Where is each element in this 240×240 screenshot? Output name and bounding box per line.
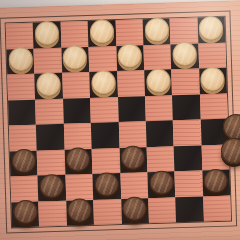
- square-b2: [34, 47, 62, 73]
- square-f8: [148, 197, 176, 223]
- piece-dark[interactable]: [68, 198, 93, 223]
- square-c6[interactable]: [64, 148, 92, 174]
- captured-piece-dark[interactable]: [221, 138, 240, 164]
- square-g2[interactable]: [171, 43, 199, 69]
- piece-dark[interactable]: [39, 174, 64, 199]
- square-d5[interactable]: [91, 122, 119, 148]
- square-c8[interactable]: [66, 199, 94, 225]
- square-g6[interactable]: [174, 145, 202, 171]
- piece-dark[interactable]: [122, 197, 147, 222]
- checkers-board: [0, 0, 240, 240]
- board-grid: [5, 16, 233, 229]
- square-c5: [64, 123, 92, 149]
- square-b7[interactable]: [38, 175, 66, 201]
- piece-dark[interactable]: [121, 146, 146, 171]
- square-d3[interactable]: [89, 71, 117, 97]
- piece-light[interactable]: [8, 47, 33, 72]
- piece-dark[interactable]: [11, 149, 36, 174]
- square-a3: [7, 74, 35, 100]
- square-b3[interactable]: [35, 73, 63, 99]
- square-e2[interactable]: [116, 45, 144, 71]
- square-e1: [115, 19, 143, 45]
- square-g7: [175, 170, 203, 196]
- square-g3: [172, 68, 200, 94]
- square-f6: [147, 146, 175, 172]
- piece-dark[interactable]: [94, 172, 119, 197]
- square-a2[interactable]: [6, 48, 34, 74]
- square-a1: [6, 23, 34, 49]
- square-h3[interactable]: [199, 68, 227, 94]
- piece-light[interactable]: [35, 21, 60, 46]
- piece-dark[interactable]: [149, 170, 174, 195]
- square-f5[interactable]: [146, 120, 174, 146]
- square-e8[interactable]: [121, 198, 149, 224]
- square-a8[interactable]: [11, 201, 39, 227]
- square-b1[interactable]: [33, 22, 61, 48]
- square-f3[interactable]: [144, 69, 172, 95]
- square-c7: [65, 174, 93, 200]
- table-surface: [0, 0, 240, 240]
- square-e7: [120, 172, 148, 198]
- piece-light[interactable]: [199, 16, 224, 41]
- piece-light[interactable]: [146, 68, 171, 93]
- square-b8: [39, 200, 67, 226]
- square-d2: [89, 46, 117, 72]
- square-g1: [170, 18, 198, 44]
- square-d4: [90, 97, 118, 123]
- square-a6[interactable]: [10, 150, 38, 176]
- square-f2: [143, 44, 171, 70]
- piece-light[interactable]: [63, 45, 88, 70]
- piece-light[interactable]: [118, 44, 143, 69]
- square-h1[interactable]: [197, 17, 225, 43]
- square-f7[interactable]: [147, 171, 175, 197]
- square-f4: [145, 95, 173, 121]
- square-g5: [173, 119, 201, 145]
- piece-light[interactable]: [89, 19, 114, 44]
- square-a4[interactable]: [8, 99, 36, 125]
- captured-pieces-tray: [220, 110, 240, 180]
- square-e6[interactable]: [119, 147, 147, 173]
- square-c3: [62, 72, 90, 98]
- square-e4[interactable]: [118, 96, 146, 122]
- square-c4[interactable]: [63, 97, 91, 123]
- piece-light[interactable]: [172, 42, 197, 67]
- square-h8: [203, 195, 231, 221]
- square-d7[interactable]: [93, 173, 121, 199]
- square-g4[interactable]: [172, 94, 200, 120]
- captured-piece-dark[interactable]: [223, 114, 240, 140]
- piece-light[interactable]: [144, 17, 169, 42]
- square-b6: [37, 149, 65, 175]
- square-g8[interactable]: [176, 196, 204, 222]
- square-f1[interactable]: [143, 18, 171, 44]
- square-a7: [10, 176, 38, 202]
- square-c2[interactable]: [61, 46, 89, 72]
- square-h2: [198, 42, 226, 68]
- square-c1: [60, 21, 88, 47]
- piece-light[interactable]: [201, 67, 226, 92]
- square-d6: [92, 148, 120, 174]
- square-b5[interactable]: [36, 124, 64, 150]
- piece-dark[interactable]: [66, 147, 91, 172]
- square-d8: [93, 199, 121, 225]
- piece-light[interactable]: [36, 72, 61, 97]
- square-b4: [35, 98, 63, 124]
- piece-light[interactable]: [91, 70, 116, 95]
- square-e3: [117, 70, 145, 96]
- square-d1[interactable]: [88, 20, 116, 46]
- piece-dark[interactable]: [13, 200, 38, 225]
- square-a5: [9, 125, 37, 151]
- square-e5: [118, 121, 146, 147]
